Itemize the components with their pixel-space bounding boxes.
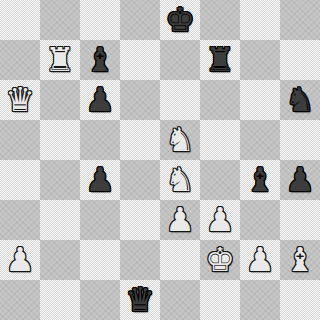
piece-black-king[interactable]: ♚ bbox=[160, 0, 200, 40]
chess-board: ♚♜♝♜♛♟♞♞♟♞♝♟♟♟♟♚♟♝♛ bbox=[0, 0, 320, 320]
piece-black-knight[interactable]: ♞ bbox=[280, 80, 320, 120]
square-g8[interactable] bbox=[240, 0, 280, 40]
square-b1[interactable] bbox=[40, 280, 80, 320]
piece-black-bishop[interactable]: ♝ bbox=[240, 160, 280, 200]
piece-black-pawn[interactable]: ♟ bbox=[280, 160, 320, 200]
piece-white-knight[interactable]: ♞ bbox=[160, 160, 200, 200]
square-c5[interactable] bbox=[80, 120, 120, 160]
square-a5[interactable] bbox=[0, 120, 40, 160]
square-e3[interactable]: ♟ bbox=[160, 200, 200, 240]
square-c7[interactable]: ♝ bbox=[80, 40, 120, 80]
square-e7[interactable] bbox=[160, 40, 200, 80]
square-b6[interactable] bbox=[40, 80, 80, 120]
square-f8[interactable] bbox=[200, 0, 240, 40]
square-e8[interactable]: ♚ bbox=[160, 0, 200, 40]
square-c6[interactable]: ♟ bbox=[80, 80, 120, 120]
square-f2[interactable]: ♚ bbox=[200, 240, 240, 280]
square-h7[interactable] bbox=[280, 40, 320, 80]
square-c1[interactable] bbox=[80, 280, 120, 320]
square-e2[interactable] bbox=[160, 240, 200, 280]
square-d3[interactable] bbox=[120, 200, 160, 240]
piece-white-pawn[interactable]: ♟ bbox=[240, 240, 280, 280]
square-a4[interactable] bbox=[0, 160, 40, 200]
square-h1[interactable] bbox=[280, 280, 320, 320]
piece-black-bishop[interactable]: ♝ bbox=[80, 40, 120, 80]
square-d2[interactable] bbox=[120, 240, 160, 280]
square-e6[interactable] bbox=[160, 80, 200, 120]
square-b7[interactable]: ♜ bbox=[40, 40, 80, 80]
square-b8[interactable] bbox=[40, 0, 80, 40]
square-h2[interactable]: ♝ bbox=[280, 240, 320, 280]
square-h3[interactable] bbox=[280, 200, 320, 240]
square-d5[interactable] bbox=[120, 120, 160, 160]
square-e1[interactable] bbox=[160, 280, 200, 320]
piece-black-pawn[interactable]: ♟ bbox=[80, 80, 120, 120]
square-e4[interactable]: ♞ bbox=[160, 160, 200, 200]
piece-white-bishop[interactable]: ♝ bbox=[280, 240, 320, 280]
piece-white-pawn[interactable]: ♟ bbox=[200, 200, 240, 240]
square-f7[interactable]: ♜ bbox=[200, 40, 240, 80]
square-g6[interactable] bbox=[240, 80, 280, 120]
square-f3[interactable]: ♟ bbox=[200, 200, 240, 240]
square-h6[interactable]: ♞ bbox=[280, 80, 320, 120]
square-f4[interactable] bbox=[200, 160, 240, 200]
square-b3[interactable] bbox=[40, 200, 80, 240]
piece-black-rook[interactable]: ♜ bbox=[200, 40, 240, 80]
square-h8[interactable] bbox=[280, 0, 320, 40]
square-f1[interactable] bbox=[200, 280, 240, 320]
piece-black-pawn[interactable]: ♟ bbox=[80, 160, 120, 200]
square-a6[interactable]: ♛ bbox=[0, 80, 40, 120]
square-b4[interactable] bbox=[40, 160, 80, 200]
square-b5[interactable] bbox=[40, 120, 80, 160]
square-c2[interactable] bbox=[80, 240, 120, 280]
square-a7[interactable] bbox=[0, 40, 40, 80]
square-d1[interactable]: ♛ bbox=[120, 280, 160, 320]
square-g5[interactable] bbox=[240, 120, 280, 160]
square-e5[interactable]: ♞ bbox=[160, 120, 200, 160]
square-g3[interactable] bbox=[240, 200, 280, 240]
piece-white-pawn[interactable]: ♟ bbox=[160, 200, 200, 240]
square-h5[interactable] bbox=[280, 120, 320, 160]
square-g2[interactable]: ♟ bbox=[240, 240, 280, 280]
square-g1[interactable] bbox=[240, 280, 280, 320]
piece-black-queen[interactable]: ♛ bbox=[120, 280, 160, 320]
square-a3[interactable] bbox=[0, 200, 40, 240]
square-f6[interactable] bbox=[200, 80, 240, 120]
square-a1[interactable] bbox=[0, 280, 40, 320]
square-c4[interactable]: ♟ bbox=[80, 160, 120, 200]
square-c8[interactable] bbox=[80, 0, 120, 40]
piece-white-pawn[interactable]: ♟ bbox=[0, 240, 40, 280]
square-a8[interactable] bbox=[0, 0, 40, 40]
piece-white-king[interactable]: ♚ bbox=[200, 240, 240, 280]
piece-white-queen[interactable]: ♛ bbox=[0, 80, 40, 120]
square-b2[interactable] bbox=[40, 240, 80, 280]
square-c3[interactable] bbox=[80, 200, 120, 240]
square-d8[interactable] bbox=[120, 0, 160, 40]
square-g4[interactable]: ♝ bbox=[240, 160, 280, 200]
piece-white-knight[interactable]: ♞ bbox=[160, 120, 200, 160]
square-d4[interactable] bbox=[120, 160, 160, 200]
square-d6[interactable] bbox=[120, 80, 160, 120]
square-a2[interactable]: ♟ bbox=[0, 240, 40, 280]
square-h4[interactable]: ♟ bbox=[280, 160, 320, 200]
piece-white-rook[interactable]: ♜ bbox=[40, 40, 80, 80]
square-g7[interactable] bbox=[240, 40, 280, 80]
square-f5[interactable] bbox=[200, 120, 240, 160]
square-d7[interactable] bbox=[120, 40, 160, 80]
